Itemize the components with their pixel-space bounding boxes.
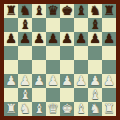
piece-black-pawn: ♟: [33, 32, 45, 46]
square-f3[interactable]: ♟: [74, 74, 88, 88]
square-g3[interactable]: ♟: [88, 74, 102, 88]
piece-white-pawn: ♟: [75, 74, 87, 88]
piece-white-pawn: ♟: [103, 74, 115, 88]
square-d2[interactable]: [46, 88, 60, 102]
piece-black-pawn: ♟: [5, 32, 17, 46]
piece-black-pawn: ♟: [89, 32, 101, 46]
piece-white-pawn: ♟: [33, 74, 45, 88]
square-b4[interactable]: [18, 60, 32, 74]
square-b5[interactable]: [18, 46, 32, 60]
piece-white-pawn: ♟: [89, 74, 101, 88]
piece-white-rook: ♜: [103, 102, 115, 116]
square-f8[interactable]: ♝: [74, 4, 88, 18]
square-b2[interactable]: ♝: [18, 88, 32, 102]
square-c3[interactable]: ♟: [32, 74, 46, 88]
piece-white-pawn: ♟: [61, 74, 73, 88]
square-g4[interactable]: [88, 60, 102, 74]
square-h8[interactable]: ♜: [102, 4, 116, 18]
square-f5[interactable]: [74, 46, 88, 60]
chess-board: ♜♞♝♛♚♝♞♜♝♝♟♟♟♟♟♟♟♟♟♟♟♟♟♟♟♟♝♝♜♞♝♛♚♝♞♜: [4, 4, 116, 116]
piece-black-rook: ♜: [103, 4, 115, 18]
square-g6[interactable]: ♟: [88, 32, 102, 46]
square-h5[interactable]: [102, 46, 116, 60]
piece-black-pawn: ♟: [19, 32, 31, 46]
square-d6[interactable]: ♟: [46, 32, 60, 46]
square-f4[interactable]: [74, 60, 88, 74]
square-d3[interactable]: ♟: [46, 74, 60, 88]
square-a3[interactable]: ♟: [4, 74, 18, 88]
square-c5[interactable]: [32, 46, 46, 60]
piece-white-knight: ♞: [19, 102, 31, 116]
square-h3[interactable]: ♟: [102, 74, 116, 88]
square-e6[interactable]: ♟: [60, 32, 74, 46]
square-h4[interactable]: [102, 60, 116, 74]
piece-white-pawn: ♟: [19, 74, 31, 88]
piece-white-bishop: ♝: [33, 102, 45, 116]
piece-black-king: ♚: [61, 4, 73, 18]
square-c8[interactable]: ♝: [32, 4, 46, 18]
square-e2[interactable]: [60, 88, 74, 102]
square-b8[interactable]: ♞: [18, 4, 32, 18]
piece-white-king: ♚: [61, 102, 73, 116]
piece-black-bishop: ♝: [33, 4, 45, 18]
square-a2[interactable]: [4, 88, 18, 102]
board-frame: ♜♞♝♛♚♝♞♜♝♝♟♟♟♟♟♟♟♟♟♟♟♟♟♟♟♟♝♝♜♞♝♛♚♝♞♜: [0, 0, 120, 120]
square-d5[interactable]: [46, 46, 60, 60]
square-g8[interactable]: ♞: [88, 4, 102, 18]
square-c4[interactable]: [32, 60, 46, 74]
square-e4[interactable]: [60, 60, 74, 74]
piece-white-pawn: ♟: [5, 74, 17, 88]
piece-black-pawn: ♟: [75, 32, 87, 46]
piece-black-bishop: ♝: [89, 18, 101, 32]
square-c2[interactable]: [32, 88, 46, 102]
square-a5[interactable]: [4, 46, 18, 60]
piece-black-knight: ♞: [89, 4, 101, 18]
square-g5[interactable]: [88, 46, 102, 60]
square-b3[interactable]: ♟: [18, 74, 32, 88]
piece-black-bishop: ♝: [75, 4, 87, 18]
piece-black-rook: ♜: [5, 4, 17, 18]
piece-white-bishop: ♝: [19, 88, 31, 102]
square-b6[interactable]: ♟: [18, 32, 32, 46]
square-g7[interactable]: ♝: [88, 18, 102, 32]
square-c1[interactable]: ♝: [32, 102, 46, 116]
square-h1[interactable]: ♜: [102, 102, 116, 116]
piece-black-queen: ♛: [47, 4, 59, 18]
square-d4[interactable]: [46, 60, 60, 74]
square-g1[interactable]: ♞: [88, 102, 102, 116]
piece-black-pawn: ♟: [47, 32, 59, 46]
square-b7[interactable]: ♝: [18, 18, 32, 32]
piece-white-bishop: ♝: [75, 102, 87, 116]
piece-black-pawn: ♟: [61, 32, 73, 46]
square-a4[interactable]: [4, 60, 18, 74]
square-h6[interactable]: ♟: [102, 32, 116, 46]
piece-white-knight: ♞: [89, 102, 101, 116]
square-d7[interactable]: [46, 18, 60, 32]
square-d1[interactable]: ♛: [46, 102, 60, 116]
square-a8[interactable]: ♜: [4, 4, 18, 18]
square-e7[interactable]: [60, 18, 74, 32]
square-e3[interactable]: ♟: [60, 74, 74, 88]
square-e5[interactable]: [60, 46, 74, 60]
square-f2[interactable]: [74, 88, 88, 102]
square-f1[interactable]: ♝: [74, 102, 88, 116]
square-c7[interactable]: [32, 18, 46, 32]
square-a1[interactable]: ♜: [4, 102, 18, 116]
square-h7[interactable]: [102, 18, 116, 32]
piece-white-queen: ♛: [47, 102, 59, 116]
piece-black-bishop: ♝: [19, 18, 31, 32]
piece-black-knight: ♞: [19, 4, 31, 18]
square-f7[interactable]: [74, 18, 88, 32]
piece-white-pawn: ♟: [47, 74, 59, 88]
square-a6[interactable]: ♟: [4, 32, 18, 46]
square-b1[interactable]: ♞: [18, 102, 32, 116]
square-c6[interactable]: ♟: [32, 32, 46, 46]
square-e8[interactable]: ♚: [60, 4, 74, 18]
square-h2[interactable]: [102, 88, 116, 102]
square-d8[interactable]: ♛: [46, 4, 60, 18]
piece-white-bishop: ♝: [89, 88, 101, 102]
square-a7[interactable]: [4, 18, 18, 32]
piece-white-rook: ♜: [5, 102, 17, 116]
square-e1[interactable]: ♚: [60, 102, 74, 116]
square-f6[interactable]: ♟: [74, 32, 88, 46]
piece-black-pawn: ♟: [103, 32, 115, 46]
square-g2[interactable]: ♝: [88, 88, 102, 102]
